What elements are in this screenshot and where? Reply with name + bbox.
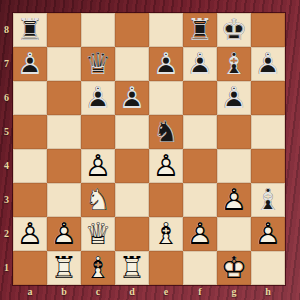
square-g5[interactable] (217, 115, 251, 149)
rank-label-7: 7 (0, 47, 13, 81)
square-c4[interactable] (81, 149, 115, 183)
piece-black-rook[interactable] (183, 13, 217, 47)
piece-white-rook[interactable] (47, 251, 81, 285)
piece-black-king[interactable] (217, 13, 251, 47)
square-d6[interactable] (115, 81, 149, 115)
board-frame: 87654321 abcdefgh (0, 0, 300, 300)
square-f4[interactable] (183, 149, 217, 183)
rank-label-8: 8 (0, 13, 13, 47)
rank-label-2: 2 (0, 217, 13, 251)
file-label-g: g (217, 285, 251, 300)
file-label-h: h (251, 285, 285, 300)
square-e6[interactable] (149, 81, 183, 115)
square-b4[interactable] (47, 149, 81, 183)
piece-white-pawn[interactable] (217, 183, 251, 217)
square-h6[interactable] (251, 81, 285, 115)
piece-black-bishop[interactable] (251, 183, 285, 217)
piece-white-knight[interactable] (81, 183, 115, 217)
chess-board (13, 13, 285, 285)
square-f8[interactable] (183, 13, 217, 47)
square-d3[interactable] (115, 183, 149, 217)
piece-black-rook[interactable] (13, 13, 47, 47)
square-d4[interactable] (115, 149, 149, 183)
square-e1[interactable] (149, 251, 183, 285)
piece-white-king[interactable] (217, 251, 251, 285)
square-b6[interactable] (47, 81, 81, 115)
piece-black-queen[interactable] (81, 47, 115, 81)
square-h1[interactable] (251, 251, 285, 285)
square-f1[interactable] (183, 251, 217, 285)
piece-black-knight[interactable] (149, 115, 183, 149)
piece-white-queen[interactable] (81, 217, 115, 251)
square-c1[interactable] (81, 251, 115, 285)
file-label-c: c (81, 285, 115, 300)
square-a6[interactable] (13, 81, 47, 115)
file-label-f: f (183, 285, 217, 300)
square-e5[interactable] (149, 115, 183, 149)
piece-white-rook[interactable] (115, 251, 149, 285)
square-g6[interactable] (217, 81, 251, 115)
square-h7[interactable] (251, 47, 285, 81)
piece-black-pawn[interactable] (149, 47, 183, 81)
rank-label-3: 3 (0, 183, 13, 217)
square-f6[interactable] (183, 81, 217, 115)
square-g1[interactable] (217, 251, 251, 285)
rank-label-4: 4 (0, 149, 13, 183)
square-d8[interactable] (115, 13, 149, 47)
square-e7[interactable] (149, 47, 183, 81)
square-c5[interactable] (81, 115, 115, 149)
square-d2[interactable] (115, 217, 149, 251)
square-c2[interactable] (81, 217, 115, 251)
piece-black-pawn[interactable] (115, 81, 149, 115)
square-c3[interactable] (81, 183, 115, 217)
square-h3[interactable] (251, 183, 285, 217)
square-a5[interactable] (13, 115, 47, 149)
square-f2[interactable] (183, 217, 217, 251)
square-g7[interactable] (217, 47, 251, 81)
square-c7[interactable] (81, 47, 115, 81)
square-f3[interactable] (183, 183, 217, 217)
square-b3[interactable] (47, 183, 81, 217)
square-a2[interactable] (13, 217, 47, 251)
rank-label-5: 5 (0, 115, 13, 149)
piece-black-pawn[interactable] (13, 47, 47, 81)
piece-white-pawn[interactable] (47, 217, 81, 251)
square-b5[interactable] (47, 115, 81, 149)
square-a7[interactable] (13, 47, 47, 81)
square-c8[interactable] (81, 13, 115, 47)
square-e4[interactable] (149, 149, 183, 183)
square-g4[interactable] (217, 149, 251, 183)
square-g2[interactable] (217, 217, 251, 251)
piece-white-pawn[interactable] (183, 217, 217, 251)
square-f7[interactable] (183, 47, 217, 81)
square-h4[interactable] (251, 149, 285, 183)
square-b2[interactable] (47, 217, 81, 251)
piece-white-pawn[interactable] (81, 149, 115, 183)
square-d5[interactable] (115, 115, 149, 149)
square-a3[interactable] (13, 183, 47, 217)
square-g8[interactable] (217, 13, 251, 47)
square-e3[interactable] (149, 183, 183, 217)
square-e8[interactable] (149, 13, 183, 47)
piece-white-bishop[interactable] (81, 251, 115, 285)
piece-black-pawn[interactable] (217, 81, 251, 115)
file-label-d: d (115, 285, 149, 300)
square-e2[interactable] (149, 217, 183, 251)
rank-label-1: 1 (0, 251, 13, 285)
file-label-a: a (13, 285, 47, 300)
file-label-b: b (47, 285, 81, 300)
rank-label-6: 6 (0, 81, 13, 115)
square-b8[interactable] (47, 13, 81, 47)
piece-white-pawn[interactable] (251, 217, 285, 251)
square-g3[interactable] (217, 183, 251, 217)
piece-white-bishop[interactable] (149, 217, 183, 251)
piece-white-pawn[interactable] (149, 149, 183, 183)
piece-black-pawn[interactable] (183, 47, 217, 81)
square-d7[interactable] (115, 47, 149, 81)
square-a1[interactable] (13, 251, 47, 285)
square-b1[interactable] (47, 251, 81, 285)
square-f5[interactable] (183, 115, 217, 149)
square-c6[interactable] (81, 81, 115, 115)
square-d1[interactable] (115, 251, 149, 285)
square-h2[interactable] (251, 217, 285, 251)
square-a8[interactable] (13, 13, 47, 47)
file-label-e: e (149, 285, 183, 300)
piece-black-pawn[interactable] (251, 47, 285, 81)
square-a4[interactable] (13, 149, 47, 183)
piece-black-pawn[interactable] (81, 81, 115, 115)
piece-white-pawn[interactable] (13, 217, 47, 251)
square-h5[interactable] (251, 115, 285, 149)
square-b7[interactable] (47, 47, 81, 81)
piece-black-bishop[interactable] (217, 47, 251, 81)
square-h8[interactable] (251, 13, 285, 47)
